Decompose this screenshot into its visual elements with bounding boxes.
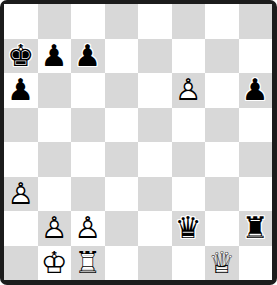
square-h4[interactable]	[239, 142, 273, 177]
white-piece-outline: ♙	[172, 73, 206, 108]
square-f3[interactable]	[172, 177, 206, 212]
square-h5[interactable]	[239, 108, 273, 143]
square-a4[interactable]	[4, 142, 38, 177]
piece-black-queen-f2[interactable]: ♛	[172, 211, 206, 246]
square-d2[interactable]	[105, 211, 139, 246]
square-c5[interactable]	[71, 108, 105, 143]
square-f1[interactable]	[172, 246, 206, 281]
square-a3[interactable]: ♟♙	[4, 177, 38, 212]
white-piece-outline: ♙	[4, 177, 38, 212]
square-e3[interactable]	[138, 177, 172, 212]
square-b5[interactable]	[38, 108, 72, 143]
piece-white-pawn-c2[interactable]: ♟♙	[71, 211, 105, 246]
square-b8[interactable]	[38, 4, 72, 39]
white-piece-outline: ♔	[38, 246, 72, 281]
square-h3[interactable]	[239, 177, 273, 212]
square-b2[interactable]: ♟♙	[38, 211, 72, 246]
square-b1[interactable]: ♚♔	[38, 246, 72, 281]
square-c7[interactable]: ♟	[71, 39, 105, 74]
white-piece-outline: ♕	[205, 246, 239, 281]
square-h7[interactable]	[239, 39, 273, 74]
square-f5[interactable]	[172, 108, 206, 143]
square-b4[interactable]	[38, 142, 72, 177]
square-g7[interactable]	[205, 39, 239, 74]
square-c4[interactable]	[71, 142, 105, 177]
square-h8[interactable]	[239, 4, 273, 39]
square-b7[interactable]: ♟	[38, 39, 72, 74]
square-d4[interactable]	[105, 142, 139, 177]
square-d6[interactable]	[105, 73, 139, 108]
square-g3[interactable]	[205, 177, 239, 212]
square-g8[interactable]	[205, 4, 239, 39]
square-b3[interactable]	[38, 177, 72, 212]
square-d3[interactable]	[105, 177, 139, 212]
square-e4[interactable]	[138, 142, 172, 177]
square-h6[interactable]: ♟	[239, 73, 273, 108]
white-piece-outline: ♙	[38, 211, 72, 246]
square-d8[interactable]	[105, 4, 139, 39]
square-f7[interactable]	[172, 39, 206, 74]
square-h2[interactable]: ♜	[239, 211, 273, 246]
square-c3[interactable]	[71, 177, 105, 212]
square-c2[interactable]: ♟♙	[71, 211, 105, 246]
square-f2[interactable]: ♛	[172, 211, 206, 246]
square-g2[interactable]	[205, 211, 239, 246]
square-b6[interactable]	[38, 73, 72, 108]
piece-white-pawn-b2[interactable]: ♟♙	[38, 211, 72, 246]
square-a6[interactable]: ♟	[4, 73, 38, 108]
piece-white-pawn-a3[interactable]: ♟♙	[4, 177, 38, 212]
piece-white-rook-c1[interactable]: ♜♖	[71, 246, 105, 281]
square-a7[interactable]: ♚	[4, 39, 38, 74]
chess-board: ♚♟♟♟♟♙♟♟♙♟♙♟♙♛♜♚♔♜♖♛♕	[4, 4, 272, 280]
square-d7[interactable]	[105, 39, 139, 74]
square-a8[interactable]	[4, 4, 38, 39]
square-e2[interactable]	[138, 211, 172, 246]
square-a2[interactable]	[4, 211, 38, 246]
square-e6[interactable]	[138, 73, 172, 108]
square-f4[interactable]	[172, 142, 206, 177]
square-c8[interactable]	[71, 4, 105, 39]
square-e8[interactable]	[138, 4, 172, 39]
chess-board-frame: ♚♟♟♟♟♙♟♟♙♟♙♟♙♛♜♚♔♜♖♛♕	[0, 0, 277, 285]
square-h1[interactable]	[239, 246, 273, 281]
square-g5[interactable]	[205, 108, 239, 143]
square-c6[interactable]	[71, 73, 105, 108]
square-d1[interactable]	[105, 246, 139, 281]
square-g6[interactable]	[205, 73, 239, 108]
piece-black-pawn-a6[interactable]: ♟	[4, 73, 38, 108]
piece-black-pawn-b7[interactable]: ♟	[38, 39, 72, 74]
piece-white-queen-g1[interactable]: ♛♕	[205, 246, 239, 281]
square-f6[interactable]: ♟♙	[172, 73, 206, 108]
square-e5[interactable]	[138, 108, 172, 143]
piece-black-king-a7[interactable]: ♚	[4, 39, 38, 74]
square-g1[interactable]: ♛♕	[205, 246, 239, 281]
square-f8[interactable]	[172, 4, 206, 39]
square-d5[interactable]	[105, 108, 139, 143]
piece-white-king-b1[interactable]: ♚♔	[38, 246, 72, 281]
piece-black-rook-h2[interactable]: ♜	[239, 211, 273, 246]
white-piece-outline: ♖	[71, 246, 105, 281]
square-e7[interactable]	[138, 39, 172, 74]
square-a5[interactable]	[4, 108, 38, 143]
piece-white-pawn-f6[interactable]: ♟♙	[172, 73, 206, 108]
square-c1[interactable]: ♜♖	[71, 246, 105, 281]
piece-black-pawn-h6[interactable]: ♟	[239, 73, 273, 108]
piece-black-pawn-c7[interactable]: ♟	[71, 39, 105, 74]
square-a1[interactable]	[4, 246, 38, 281]
white-piece-outline: ♙	[71, 211, 105, 246]
square-e1[interactable]	[138, 246, 172, 281]
square-g4[interactable]	[205, 142, 239, 177]
